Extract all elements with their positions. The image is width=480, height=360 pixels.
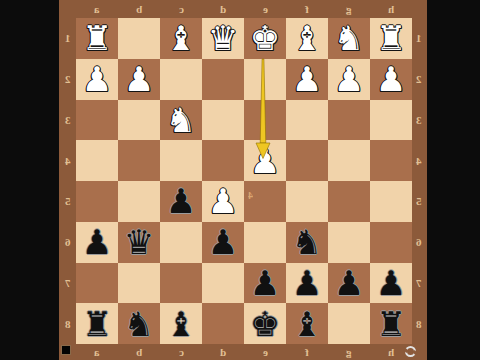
rank-label-right-1: 1 bbox=[410, 18, 427, 59]
file-label-bottom-c: c bbox=[160, 344, 202, 360]
piece-bK-e8[interactable]: ♚ bbox=[250, 307, 280, 341]
file-label-top-e: e bbox=[244, 1, 286, 17]
piece-wR-a1[interactable]: ♜ bbox=[82, 21, 112, 55]
square-f2[interactable]: ♟ bbox=[286, 59, 328, 100]
rank-label-left-2: 2 bbox=[59, 59, 76, 100]
square-d6[interactable]: ♟ bbox=[202, 222, 244, 263]
square-a1[interactable]: ♜ bbox=[76, 18, 118, 59]
piece-wP-b2[interactable]: ♟ bbox=[124, 62, 154, 96]
rank-label-left-5: 5 bbox=[59, 181, 76, 222]
square-e1[interactable]: ♚ bbox=[244, 18, 286, 59]
rank-label-right-2: 2 bbox=[410, 59, 427, 100]
square-a3[interactable] bbox=[76, 100, 118, 141]
square-g4[interactable] bbox=[328, 140, 370, 181]
rank-label-left-8: 8 bbox=[59, 303, 76, 344]
file-label-bottom-e: e bbox=[244, 344, 286, 360]
piece-bB-c8[interactable]: ♝ bbox=[166, 307, 196, 341]
piece-wK-e1[interactable]: ♚ bbox=[250, 21, 280, 55]
piece-wQ-d1[interactable]: ♛ bbox=[208, 21, 238, 55]
square-a6[interactable]: ♟ bbox=[76, 222, 118, 263]
square-c8[interactable]: ♝ bbox=[160, 303, 202, 344]
square-b4[interactable] bbox=[118, 140, 160, 181]
square-a5[interactable] bbox=[76, 181, 118, 222]
file-label-bottom-a: a bbox=[76, 344, 118, 360]
square-e7[interactable]: ♟ bbox=[244, 263, 286, 304]
square-d3[interactable] bbox=[202, 100, 244, 141]
square-b3[interactable] bbox=[118, 100, 160, 141]
square-g2[interactable]: ♟ bbox=[328, 59, 370, 100]
square-d2[interactable] bbox=[202, 59, 244, 100]
square-f6[interactable]: ♞ bbox=[286, 222, 328, 263]
square-h3[interactable] bbox=[370, 100, 412, 141]
square-b6[interactable]: ♛ bbox=[118, 222, 160, 263]
square-b7[interactable] bbox=[118, 263, 160, 304]
side-to-move-black-square-icon bbox=[61, 345, 71, 355]
square-e4[interactable]: ♟ bbox=[244, 140, 286, 181]
piece-wB-f1[interactable]: ♝ bbox=[292, 21, 322, 55]
square-c2[interactable] bbox=[160, 59, 202, 100]
piece-bP-g7[interactable]: ♟ bbox=[334, 266, 364, 300]
square-f3[interactable] bbox=[286, 100, 328, 141]
piece-wP-g2[interactable]: ♟ bbox=[334, 62, 364, 96]
square-h4[interactable] bbox=[370, 140, 412, 181]
square-h8[interactable]: ♜ bbox=[370, 303, 412, 344]
piece-wN-c3[interactable]: ♞ bbox=[166, 103, 196, 137]
square-c6[interactable] bbox=[160, 222, 202, 263]
square-d5[interactable]: ♟ bbox=[202, 181, 244, 222]
square-b8[interactable]: ♞ bbox=[118, 303, 160, 344]
rank-label-left-7: 7 bbox=[59, 263, 76, 304]
square-f7[interactable]: ♟ bbox=[286, 263, 328, 304]
rank-label-right-5: 5 bbox=[410, 181, 427, 222]
piece-wP-h2[interactable]: ♟ bbox=[376, 62, 406, 96]
piece-wR-h1[interactable]: ♜ bbox=[376, 21, 406, 55]
square-f5[interactable] bbox=[286, 181, 328, 222]
square-c3[interactable]: ♞ bbox=[160, 100, 202, 141]
file-label-bottom-h: h bbox=[370, 344, 412, 360]
square-h5[interactable] bbox=[370, 181, 412, 222]
rank-label-left-3: 3 bbox=[59, 100, 76, 141]
square-f1[interactable]: ♝ bbox=[286, 18, 328, 59]
square-d7[interactable] bbox=[202, 263, 244, 304]
square-d4[interactable] bbox=[202, 140, 244, 181]
piece-wB-c1[interactable]: ♝ bbox=[166, 21, 196, 55]
file-label-top-b: b bbox=[118, 1, 160, 17]
piece-bP-c5[interactable]: ♟ bbox=[166, 184, 196, 218]
file-label-top-h: h bbox=[370, 1, 412, 17]
square-g1[interactable]: ♞ bbox=[328, 18, 370, 59]
square-a8[interactable]: ♜ bbox=[76, 303, 118, 344]
square-f4[interactable] bbox=[286, 140, 328, 181]
rank-label-left-4: 4 bbox=[59, 140, 76, 181]
square-g7[interactable]: ♟ bbox=[328, 263, 370, 304]
square-b1[interactable] bbox=[118, 18, 160, 59]
square-c7[interactable] bbox=[160, 263, 202, 304]
file-label-top-g: g bbox=[328, 1, 370, 17]
square-d1[interactable]: ♛ bbox=[202, 18, 244, 59]
file-label-top-c: c bbox=[160, 1, 202, 17]
square-c1[interactable]: ♝ bbox=[160, 18, 202, 59]
square-g6[interactable] bbox=[328, 222, 370, 263]
piece-bP-f7[interactable]: ♟ bbox=[292, 266, 322, 300]
piece-bQ-b6[interactable]: ♛ bbox=[124, 225, 154, 259]
rank-label-right-4: 4 bbox=[410, 140, 427, 181]
piece-wP-d5[interactable]: ♟ bbox=[208, 184, 238, 218]
piece-bN-b8[interactable]: ♞ bbox=[124, 307, 154, 341]
file-label-top-a: a bbox=[76, 1, 118, 17]
piece-bP-e7[interactable]: ♟ bbox=[250, 266, 280, 300]
piece-bP-h7[interactable]: ♟ bbox=[376, 266, 406, 300]
square-e6[interactable] bbox=[244, 222, 286, 263]
square-h2[interactable]: ♟ bbox=[370, 59, 412, 100]
rank-label-left-6: 6 bbox=[59, 222, 76, 263]
square-e8[interactable]: ♚ bbox=[244, 303, 286, 344]
square-a7[interactable] bbox=[76, 263, 118, 304]
square-d8[interactable] bbox=[202, 303, 244, 344]
piece-bR-h8[interactable]: ♜ bbox=[376, 307, 406, 341]
square-e5[interactable] bbox=[244, 181, 286, 222]
rank-label-right-3: 3 bbox=[410, 100, 427, 141]
square-g5[interactable] bbox=[328, 181, 370, 222]
file-label-bottom-g: g bbox=[328, 344, 370, 360]
square-g3[interactable] bbox=[328, 100, 370, 141]
square-h1[interactable]: ♜ bbox=[370, 18, 412, 59]
rank-label-right-8: 8 bbox=[410, 303, 427, 344]
piece-bR-a8[interactable]: ♜ bbox=[82, 307, 112, 341]
square-a4[interactable] bbox=[76, 140, 118, 181]
rank-label-right-6: 6 bbox=[410, 222, 427, 263]
piece-bP-d6[interactable]: ♟ bbox=[208, 225, 238, 259]
piece-wP-f2[interactable]: ♟ bbox=[292, 62, 322, 96]
file-label-bottom-d: d bbox=[202, 344, 244, 360]
piece-bB-f8[interactable]: ♝ bbox=[292, 307, 322, 341]
square-h6[interactable] bbox=[370, 222, 412, 263]
square-e3[interactable] bbox=[244, 100, 286, 141]
piece-wP-a2[interactable]: ♟ bbox=[82, 62, 112, 96]
file-label-bottom-b: b bbox=[118, 344, 160, 360]
file-label-bottom-f: f bbox=[286, 344, 328, 360]
rank-label-right-7: 7 bbox=[410, 263, 427, 304]
square-h7[interactable]: ♟ bbox=[370, 263, 412, 304]
square-e2[interactable] bbox=[244, 59, 286, 100]
square-b2[interactable]: ♟ bbox=[118, 59, 160, 100]
file-label-top-f: f bbox=[286, 1, 328, 17]
square-b5[interactable] bbox=[118, 181, 160, 222]
board-squares: ♜♝♛♚♝♞♜♟♟♟♟♟♞♟♟♟♟♛♟♞♟♟♟♟♜♞♝♚♝♜ bbox=[76, 18, 412, 344]
square-g8[interactable] bbox=[328, 303, 370, 344]
square-c4[interactable] bbox=[160, 140, 202, 181]
chess-board: ♜♝♛♚♝♞♜♟♟♟♟♟♞♟♟♟♟♛♟♞♟♟♟♟♜♞♝♚♝♜ 4 aabbccd… bbox=[59, 0, 427, 360]
piece-bN-f6[interactable]: ♞ bbox=[292, 225, 322, 259]
square-c5[interactable]: ♟ bbox=[160, 181, 202, 222]
screenshot-root: { "game": "chess", "status": { "side_to_… bbox=[0, 0, 480, 360]
piece-wP-e4[interactable]: ♟ bbox=[250, 144, 280, 178]
file-label-top-d: d bbox=[202, 1, 244, 17]
piece-wN-g1[interactable]: ♞ bbox=[334, 21, 364, 55]
square-a2[interactable]: ♟ bbox=[76, 59, 118, 100]
piece-bP-a6[interactable]: ♟ bbox=[82, 225, 112, 259]
rank-label-left-1: 1 bbox=[59, 18, 76, 59]
square-f8[interactable]: ♝ bbox=[286, 303, 328, 344]
